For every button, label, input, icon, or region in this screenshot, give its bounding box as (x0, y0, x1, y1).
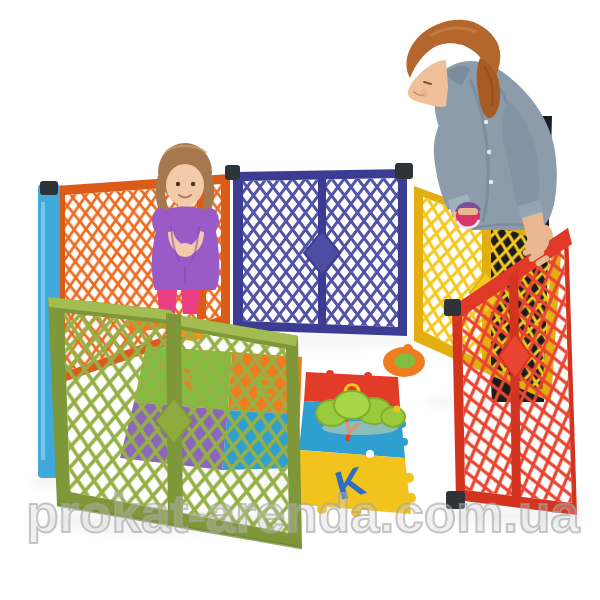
scene: R E T Q Y K (0, 0, 600, 600)
connector-cap (444, 299, 461, 316)
post-top-cap (40, 181, 58, 195)
connector-cap (225, 165, 240, 180)
panel-green (48, 297, 302, 548)
hand-toy (456, 204, 480, 228)
girl-hands (176, 243, 194, 257)
connector-cap (446, 491, 465, 509)
connector-cap (395, 163, 413, 179)
foam-disc (383, 344, 425, 377)
girl-sleeve (152, 208, 170, 234)
girl-sleeve (201, 208, 219, 234)
girl-pants (181, 290, 200, 314)
photo-stage: R E T Q Y K (0, 0, 600, 600)
panel-blue (225, 163, 413, 336)
girl-face (166, 164, 204, 206)
